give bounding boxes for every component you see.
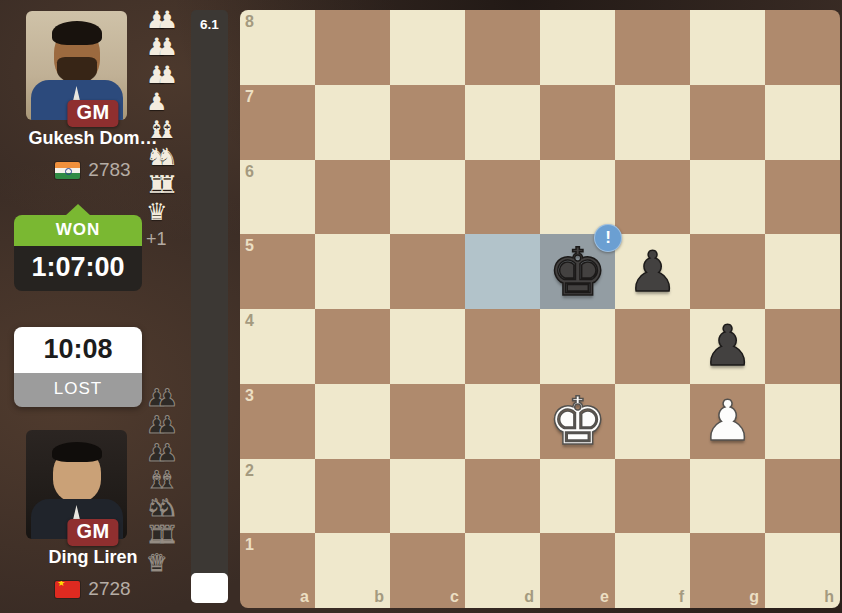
square-d2[interactable]: [465, 459, 540, 534]
square-b4[interactable]: [315, 309, 390, 384]
captured-pawn-group: ♟: [146, 89, 188, 117]
square-h2[interactable]: [765, 459, 840, 534]
captured-knight-group: ♞♞: [146, 144, 188, 172]
captured-pawn-icon: ♟: [157, 63, 179, 87]
square-g8[interactable]: [690, 10, 765, 85]
captured-pawn-group: ♟♟: [146, 61, 188, 89]
square-b5[interactable]: [315, 234, 390, 309]
square-g3[interactable]: ♟: [690, 384, 765, 459]
move-annotation-badge: !: [594, 224, 622, 252]
square-g5[interactable]: [690, 234, 765, 309]
captured-bishop-icon: ♝: [157, 118, 179, 142]
file-label-a: a: [300, 588, 309, 606]
square-c7[interactable]: [390, 85, 465, 160]
captured-pawn-icon: ♟: [157, 441, 179, 465]
square-h6[interactable]: [765, 160, 840, 235]
square-f7[interactable]: [615, 85, 690, 160]
captured-bishop-icon: ♝: [157, 468, 179, 492]
square-a5[interactable]: 5: [240, 234, 315, 309]
square-h3[interactable]: [765, 384, 840, 459]
square-h1[interactable]: h: [765, 533, 840, 608]
captured-rook-group: ♜♜: [146, 171, 188, 199]
square-h4[interactable]: [765, 309, 840, 384]
square-a2[interactable]: 2: [240, 459, 315, 534]
square-a3[interactable]: 3: [240, 384, 315, 459]
captured-rook-icon: ♜: [157, 173, 179, 197]
square-c1[interactable]: c: [390, 533, 465, 608]
piece-white-king[interactable]: ♚: [540, 384, 615, 459]
square-f4[interactable]: [615, 309, 690, 384]
material-advantage: +1: [146, 226, 188, 253]
square-b1[interactable]: b: [315, 533, 390, 608]
captured-pawn-icon: ♟: [157, 8, 179, 32]
square-a6[interactable]: 6: [240, 160, 315, 235]
square-c6[interactable]: [390, 160, 465, 235]
captured-bishop-group: ♝♝: [146, 467, 188, 495]
captured-knight-icon: ♞: [157, 496, 179, 520]
square-d6[interactable]: [465, 160, 540, 235]
captured-pawn-group: ♟♟: [146, 384, 188, 412]
captured-tray-top: ♟♟♟♟♟♟♟♝♝♞♞♜♜♛+1: [146, 6, 188, 253]
rank-label-6: 6: [245, 163, 254, 181]
square-c2[interactable]: [390, 459, 465, 534]
square-g4[interactable]: ♟: [690, 309, 765, 384]
chess-broadcast-app: GM Gukesh Dom… 2783 WON 1:07:00 10:08 LO…: [0, 0, 842, 613]
board-area: 8765♚♟4♟3♚♟21abcdefgh !: [240, 10, 840, 608]
result-notch: [65, 204, 91, 216]
avatar-hair: [52, 442, 102, 462]
captured-pawn-icon: ♟: [157, 413, 179, 437]
india-flag-icon: [55, 162, 80, 179]
square-e1[interactable]: e: [540, 533, 615, 608]
square-f6[interactable]: [615, 160, 690, 235]
square-c8[interactable]: [390, 10, 465, 85]
captured-rook-group: ♜♜: [146, 522, 188, 550]
clock-time-bottom: 10:08: [14, 327, 142, 373]
eval-score: 6.1: [191, 17, 228, 32]
square-f2[interactable]: [615, 459, 690, 534]
captured-pawn-icon: ♟: [146, 90, 168, 114]
square-g7[interactable]: [690, 85, 765, 160]
square-a1[interactable]: 1a: [240, 533, 315, 608]
square-f5[interactable]: ♟: [615, 234, 690, 309]
square-b7[interactable]: [315, 85, 390, 160]
square-a7[interactable]: 7: [240, 85, 315, 160]
captured-pawn-icon: ♟: [157, 35, 179, 59]
eval-bar-white-segment: [191, 573, 228, 603]
file-label-b: b: [374, 588, 384, 606]
square-a4[interactable]: 4: [240, 309, 315, 384]
captured-bishop-group: ♝♝: [146, 116, 188, 144]
file-label-c: c: [450, 588, 459, 606]
square-d4[interactable]: [465, 309, 540, 384]
captured-knight-group: ♞♞: [146, 494, 188, 522]
rank-label-3: 3: [245, 387, 254, 405]
clock-top: WON 1:07:00: [14, 215, 142, 291]
china-flag-icon: [55, 581, 80, 598]
captured-pawn-group: ♟♟: [146, 439, 188, 467]
captured-queen-group: ♛: [146, 199, 188, 227]
chess-board[interactable]: 8765♚♟4♟3♚♟21abcdefgh: [240, 10, 840, 608]
square-b6[interactable]: [315, 160, 390, 235]
captured-pawn-group: ♟♟: [146, 34, 188, 62]
square-d5[interactable]: [465, 234, 540, 309]
rank-label-5: 5: [245, 237, 254, 255]
file-label-g: g: [749, 588, 759, 606]
square-e4[interactable]: [540, 309, 615, 384]
square-h7[interactable]: [765, 85, 840, 160]
square-d7[interactable]: [465, 85, 540, 160]
file-label-e: e: [600, 588, 609, 606]
captured-pawn-group: ♟♟: [146, 412, 188, 440]
piece-white-pawn[interactable]: ♟: [690, 384, 765, 459]
square-e7[interactable]: [540, 85, 615, 160]
piece-black-pawn[interactable]: ♟: [690, 309, 765, 384]
captured-queen-group: ♛: [146, 549, 188, 577]
file-label-f: f: [679, 588, 684, 606]
square-g2[interactable]: [690, 459, 765, 534]
rank-label-2: 2: [245, 462, 254, 480]
square-a8[interactable]: 8: [240, 10, 315, 85]
square-e2[interactable]: [540, 459, 615, 534]
square-c4[interactable]: [390, 309, 465, 384]
square-g6[interactable]: [690, 160, 765, 235]
square-d8[interactable]: [465, 10, 540, 85]
piece-black-pawn[interactable]: ♟: [615, 234, 690, 309]
player-rating-top: 2783: [88, 159, 130, 181]
rank-label-1: 1: [245, 536, 254, 554]
rank-label-4: 4: [245, 312, 254, 330]
player-rating-bottom: 2728: [88, 578, 130, 600]
title-badge: GM: [67, 519, 118, 546]
clock-bottom: 10:08 LOST: [14, 327, 142, 407]
square-d3[interactable]: [465, 384, 540, 459]
rank-label-8: 8: [245, 13, 254, 31]
captured-pawn-icon: ♟: [157, 386, 179, 410]
square-h5[interactable]: [765, 234, 840, 309]
square-f8[interactable]: [615, 10, 690, 85]
eval-bar: 6.1: [191, 10, 228, 603]
square-b8[interactable]: [315, 10, 390, 85]
square-e8[interactable]: [540, 10, 615, 85]
captured-queen-icon: ♛: [146, 551, 168, 575]
result-badge-top: WON: [14, 215, 142, 246]
result-badge-bottom: LOST: [14, 373, 142, 407]
square-f1[interactable]: f: [615, 533, 690, 608]
square-g1[interactable]: g: [690, 533, 765, 608]
captured-queen-icon: ♛: [146, 200, 168, 224]
square-b2[interactable]: [315, 459, 390, 534]
square-c3[interactable]: [390, 384, 465, 459]
square-b3[interactable]: [315, 384, 390, 459]
square-e3[interactable]: ♚: [540, 384, 615, 459]
square-c5[interactable]: [390, 234, 465, 309]
rating-row-bottom: 2728: [0, 578, 186, 600]
captured-rook-icon: ♜: [157, 523, 179, 547]
square-f3[interactable]: [615, 384, 690, 459]
square-e6[interactable]: [540, 160, 615, 235]
captured-pawn-group: ♟♟: [146, 6, 188, 34]
captured-tray-bottom: ♟♟♟♟♟♟♝♝♞♞♜♜♛: [146, 384, 188, 577]
rank-label-7: 7: [245, 88, 254, 106]
square-d1[interactable]: d: [465, 533, 540, 608]
captured-knight-icon: ♞: [157, 145, 179, 169]
avatar-hair: [52, 21, 102, 45]
title-badge: GM: [67, 100, 118, 127]
file-label-h: h: [824, 588, 834, 606]
square-h8[interactable]: [765, 10, 840, 85]
file-label-d: d: [524, 588, 534, 606]
clock-time-top: 1:07:00: [14, 246, 142, 291]
